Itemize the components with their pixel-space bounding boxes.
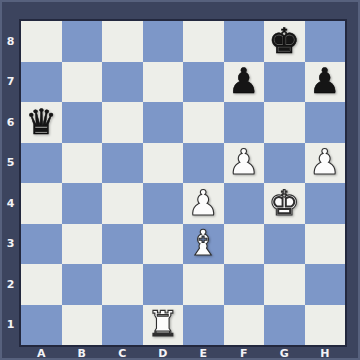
- rank-label-6: 6: [2, 102, 19, 143]
- rank-label-2: 2: [2, 264, 19, 305]
- file-label-c: C: [102, 345, 143, 360]
- square-d4[interactable]: [143, 183, 184, 224]
- square-c8[interactable]: [102, 21, 143, 62]
- square-a2[interactable]: [21, 264, 62, 305]
- square-e3[interactable]: ♝: [183, 224, 224, 265]
- square-g4[interactable]: ♚: [264, 183, 305, 224]
- file-label-a: A: [21, 345, 62, 360]
- square-e6[interactable]: [183, 102, 224, 143]
- square-b2[interactable]: [62, 264, 103, 305]
- square-c3[interactable]: [102, 224, 143, 265]
- file-label-e: E: [183, 345, 224, 360]
- square-a6[interactable]: ♛: [21, 102, 62, 143]
- square-b7[interactable]: [62, 62, 103, 103]
- square-e2[interactable]: [183, 264, 224, 305]
- square-f2[interactable]: [224, 264, 265, 305]
- square-c4[interactable]: [102, 183, 143, 224]
- file-labels: ABCDEFGH: [21, 345, 345, 360]
- square-f5[interactable]: ♟: [224, 143, 265, 184]
- piece-black-pawn[interactable]: ♟: [309, 64, 340, 99]
- square-g3[interactable]: [264, 224, 305, 265]
- piece-white-bishop[interactable]: ♝: [188, 226, 219, 261]
- file-label-b: B: [62, 345, 103, 360]
- square-f3[interactable]: [224, 224, 265, 265]
- file-label-h: H: [305, 345, 346, 360]
- square-h2[interactable]: [305, 264, 346, 305]
- piece-white-rook[interactable]: ♜: [147, 307, 178, 342]
- rank-label-4: 4: [2, 183, 19, 224]
- piece-black-queen[interactable]: ♛: [26, 105, 57, 140]
- square-g6[interactable]: [264, 102, 305, 143]
- square-c1[interactable]: [102, 305, 143, 346]
- square-h4[interactable]: [305, 183, 346, 224]
- square-d3[interactable]: [143, 224, 184, 265]
- square-b5[interactable]: [62, 143, 103, 184]
- square-h7[interactable]: ♟: [305, 62, 346, 103]
- file-label-f: F: [224, 345, 265, 360]
- piece-black-pawn[interactable]: ♟: [228, 64, 259, 99]
- square-g1[interactable]: [264, 305, 305, 346]
- square-h5[interactable]: ♟: [305, 143, 346, 184]
- piece-white-pawn[interactable]: ♟: [228, 145, 259, 180]
- rank-label-3: 3: [2, 224, 19, 265]
- square-b8[interactable]: [62, 21, 103, 62]
- piece-white-pawn[interactable]: ♟: [309, 145, 340, 180]
- square-e8[interactable]: [183, 21, 224, 62]
- rank-label-7: 7: [2, 62, 19, 103]
- piece-white-pawn[interactable]: ♟: [188, 186, 219, 221]
- square-d7[interactable]: [143, 62, 184, 103]
- square-e1[interactable]: [183, 305, 224, 346]
- square-c6[interactable]: [102, 102, 143, 143]
- rank-labels: 87654321: [2, 21, 19, 345]
- square-d6[interactable]: [143, 102, 184, 143]
- square-a1[interactable]: [21, 305, 62, 346]
- square-d2[interactable]: [143, 264, 184, 305]
- square-g2[interactable]: [264, 264, 305, 305]
- square-d1[interactable]: ♜: [143, 305, 184, 346]
- square-b1[interactable]: [62, 305, 103, 346]
- square-g7[interactable]: [264, 62, 305, 103]
- square-a5[interactable]: [21, 143, 62, 184]
- square-h8[interactable]: [305, 21, 346, 62]
- piece-black-king[interactable]: ♚: [269, 24, 300, 59]
- square-e5[interactable]: [183, 143, 224, 184]
- square-b4[interactable]: [62, 183, 103, 224]
- square-b6[interactable]: [62, 102, 103, 143]
- square-h6[interactable]: [305, 102, 346, 143]
- file-label-g: G: [264, 345, 305, 360]
- square-f7[interactable]: ♟: [224, 62, 265, 103]
- square-h3[interactable]: [305, 224, 346, 265]
- square-a4[interactable]: [21, 183, 62, 224]
- square-e4[interactable]: ♟: [183, 183, 224, 224]
- square-h1[interactable]: [305, 305, 346, 346]
- square-f4[interactable]: [224, 183, 265, 224]
- square-a3[interactable]: [21, 224, 62, 265]
- square-c7[interactable]: [102, 62, 143, 103]
- square-f1[interactable]: [224, 305, 265, 346]
- rank-label-5: 5: [2, 143, 19, 184]
- square-a7[interactable]: [21, 62, 62, 103]
- piece-white-king[interactable]: ♚: [269, 186, 300, 221]
- chess-board[interactable]: ♚♟♟♛♟♟♟♚♝♜: [19, 19, 347, 347]
- square-g8[interactable]: ♚: [264, 21, 305, 62]
- square-g5[interactable]: [264, 143, 305, 184]
- square-a8[interactable]: [21, 21, 62, 62]
- square-c5[interactable]: [102, 143, 143, 184]
- square-e7[interactable]: [183, 62, 224, 103]
- square-d8[interactable]: [143, 21, 184, 62]
- square-f8[interactable]: [224, 21, 265, 62]
- square-f6[interactable]: [224, 102, 265, 143]
- square-b3[interactable]: [62, 224, 103, 265]
- file-label-d: D: [143, 345, 184, 360]
- rank-label-8: 8: [2, 21, 19, 62]
- square-d5[interactable]: [143, 143, 184, 184]
- square-c2[interactable]: [102, 264, 143, 305]
- rank-label-1: 1: [2, 305, 19, 346]
- chess-board-frame: 87654321 ♚♟♟♛♟♟♟♚♝♜ ABCDEFGH: [0, 0, 360, 360]
